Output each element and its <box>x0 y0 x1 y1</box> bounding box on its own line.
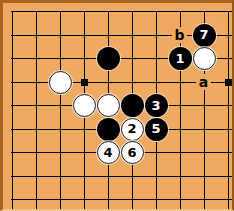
intersection[interactable] <box>24 94 48 118</box>
intersection[interactable] <box>72 0 96 24</box>
intersection[interactable] <box>72 188 96 211</box>
intersection[interactable] <box>216 165 234 189</box>
black-stone[interactable]: 7 <box>193 24 216 47</box>
intersection[interactable] <box>192 188 216 211</box>
white-stone[interactable]: 4 <box>97 141 120 164</box>
intersection[interactable] <box>96 47 120 71</box>
intersection[interactable] <box>168 0 192 24</box>
star-point <box>225 79 232 86</box>
goban-grid: b71a32546 <box>0 0 234 211</box>
black-stone[interactable]: 5 <box>145 118 168 141</box>
intersection[interactable] <box>24 118 48 142</box>
move-number: 5 <box>151 121 160 136</box>
intersection[interactable]: 4 <box>96 141 120 165</box>
intersection[interactable] <box>144 0 168 24</box>
intersection[interactable] <box>96 118 120 142</box>
move-number: 7 <box>199 27 208 42</box>
label-a: a <box>196 74 211 90</box>
intersection[interactable] <box>216 0 234 24</box>
intersection[interactable] <box>96 94 120 118</box>
white-stone[interactable]: 6 <box>121 141 144 164</box>
black-stone[interactable] <box>121 94 144 117</box>
intersection[interactable] <box>0 165 24 189</box>
intersection[interactable] <box>216 47 234 71</box>
move-number: 3 <box>151 98 160 113</box>
intersection[interactable] <box>96 71 120 95</box>
intersection[interactable] <box>0 0 24 24</box>
black-stone[interactable] <box>97 118 120 141</box>
intersection[interactable] <box>72 47 96 71</box>
intersection[interactable] <box>216 188 234 211</box>
intersection[interactable] <box>0 141 24 165</box>
intersection[interactable] <box>144 188 168 211</box>
intersection[interactable]: 6 <box>120 141 144 165</box>
intersection[interactable] <box>48 165 72 189</box>
intersection[interactable] <box>48 188 72 211</box>
intersection[interactable] <box>144 165 168 189</box>
intersection[interactable] <box>216 141 234 165</box>
intersection[interactable] <box>120 47 144 71</box>
intersection[interactable]: 1 <box>168 47 192 71</box>
intersection[interactable] <box>120 0 144 24</box>
move-number: 2 <box>127 121 136 136</box>
white-stone[interactable] <box>97 94 120 117</box>
white-stone[interactable] <box>49 71 72 94</box>
go-board-diagram: b71a32546 <box>0 0 234 211</box>
intersection[interactable] <box>216 71 234 95</box>
intersection[interactable] <box>24 71 48 95</box>
black-stone[interactable]: 3 <box>145 94 168 117</box>
intersection[interactable] <box>48 71 72 95</box>
intersection[interactable] <box>144 47 168 71</box>
intersection[interactable] <box>72 24 96 48</box>
intersection[interactable] <box>216 24 234 48</box>
intersection[interactable] <box>216 118 234 142</box>
intersection[interactable] <box>0 47 24 71</box>
intersection[interactable] <box>0 24 24 48</box>
intersection[interactable] <box>168 188 192 211</box>
white-stone[interactable]: 2 <box>121 118 144 141</box>
intersection[interactable] <box>72 141 96 165</box>
intersection[interactable] <box>48 24 72 48</box>
intersection[interactable] <box>24 24 48 48</box>
intersection[interactable]: 3 <box>144 94 168 118</box>
intersection[interactable] <box>168 141 192 165</box>
intersection[interactable] <box>96 188 120 211</box>
intersection[interactable] <box>96 0 120 24</box>
black-stone[interactable]: 1 <box>169 47 192 70</box>
intersection[interactable] <box>192 94 216 118</box>
intersection[interactable] <box>24 141 48 165</box>
intersection[interactable] <box>72 71 96 95</box>
goban: b71a32546 <box>0 0 234 211</box>
intersection[interactable] <box>168 94 192 118</box>
move-number: 6 <box>127 145 136 160</box>
intersection[interactable] <box>192 165 216 189</box>
intersection[interactable] <box>0 71 24 95</box>
star-point <box>81 79 88 86</box>
intersection[interactable] <box>192 47 216 71</box>
intersection[interactable] <box>168 118 192 142</box>
black-stone[interactable] <box>97 47 120 70</box>
intersection[interactable] <box>120 94 144 118</box>
intersection[interactable] <box>72 165 96 189</box>
intersection[interactable] <box>48 47 72 71</box>
intersection[interactable] <box>144 141 168 165</box>
intersection[interactable] <box>120 165 144 189</box>
intersection[interactable] <box>96 165 120 189</box>
move-number: 1 <box>175 51 184 66</box>
intersection[interactable] <box>24 188 48 211</box>
intersection[interactable] <box>192 118 216 142</box>
move-number: 4 <box>103 145 112 160</box>
intersection[interactable] <box>0 94 24 118</box>
intersection[interactable] <box>168 71 192 95</box>
intersection[interactable] <box>216 94 234 118</box>
intersection[interactable]: 5 <box>144 118 168 142</box>
intersection[interactable] <box>144 24 168 48</box>
intersection[interactable] <box>120 188 144 211</box>
intersection[interactable] <box>24 0 48 24</box>
white-stone[interactable] <box>73 94 96 117</box>
intersection[interactable] <box>48 118 72 142</box>
intersection[interactable] <box>192 0 216 24</box>
intersection[interactable]: 2 <box>120 118 144 142</box>
intersection[interactable] <box>72 118 96 142</box>
intersection[interactable] <box>192 141 216 165</box>
intersection[interactable]: b <box>168 24 192 48</box>
intersection[interactable] <box>48 94 72 118</box>
intersection[interactable] <box>144 71 168 95</box>
intersection[interactable] <box>72 94 96 118</box>
intersection[interactable] <box>120 71 144 95</box>
intersection[interactable]: 7 <box>192 24 216 48</box>
intersection[interactable] <box>0 188 24 211</box>
intersection[interactable] <box>0 118 24 142</box>
intersection[interactable] <box>120 24 144 48</box>
intersection[interactable]: a <box>192 71 216 95</box>
intersection[interactable] <box>48 141 72 165</box>
intersection[interactable] <box>48 0 72 24</box>
intersection[interactable] <box>96 24 120 48</box>
label-b: b <box>172 27 187 43</box>
intersection[interactable] <box>24 47 48 71</box>
intersection[interactable] <box>24 165 48 189</box>
white-stone[interactable] <box>193 47 216 70</box>
intersection[interactable] <box>168 165 192 189</box>
